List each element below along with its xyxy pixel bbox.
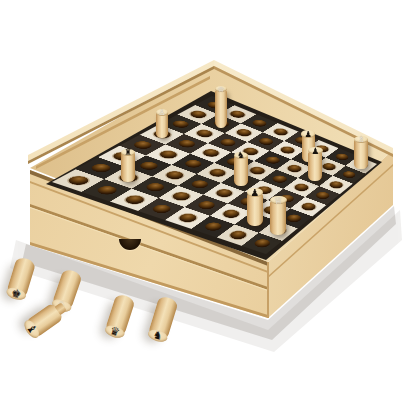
peg-black-pawn-g2[interactable]: ♟	[247, 193, 263, 227]
white-bishop-glyph: ♗	[357, 134, 365, 144]
peg-hole	[177, 212, 199, 223]
black-knight-symbol: ♞	[147, 328, 169, 344]
black-king-glyph: ♚	[10, 287, 23, 300]
peg-hole	[188, 110, 208, 119]
peg-hole	[131, 140, 154, 150]
peg-hole	[170, 119, 191, 129]
peg-hole	[196, 200, 218, 211]
peg-hole	[314, 191, 331, 200]
white-queen-glyph: ♕	[274, 195, 283, 206]
peg-hole	[272, 127, 290, 136]
peg-hole	[334, 153, 350, 162]
peg-hole	[170, 191, 192, 202]
black-queen-glyph: ♛	[108, 325, 121, 339]
white-pawn-glyph: ♙	[158, 108, 165, 117]
peg-hole	[250, 119, 268, 128]
black-queen-symbol: ♛	[104, 323, 126, 340]
black-bishop-symbol: ♝	[21, 318, 41, 341]
peg-hole	[285, 213, 304, 223]
loose-peg-black-knight[interactable]: ♞	[147, 295, 179, 342]
peg-hole	[328, 180, 345, 189]
peg-hole	[176, 139, 197, 149]
peg-black-rook-b2[interactable]: ♜	[121, 152, 135, 181]
peg-hole	[189, 179, 210, 189]
peg-hole	[194, 129, 214, 139]
white-pawn-symbol: ♙	[156, 109, 169, 116]
black-pawn-glyph: ♟	[250, 187, 259, 198]
peg-hole	[183, 159, 204, 169]
black-knight-glyph: ♞	[151, 329, 164, 342]
black-pawn-glyph: ♟	[305, 129, 312, 139]
peg-hole	[228, 110, 247, 119]
black-knight-symbol: ♞	[234, 152, 249, 160]
drawer-pull-notch[interactable]	[119, 239, 141, 250]
peg-hole	[252, 238, 272, 249]
black-king-symbol: ♚	[5, 286, 27, 302]
peg-hole	[341, 170, 357, 179]
black-rook-symbol: ♜	[121, 149, 135, 157]
peg-hole	[144, 182, 167, 193]
peg-hole	[285, 164, 303, 173]
black-pawn-symbol: ♟	[247, 188, 263, 197]
peg-hole	[201, 148, 222, 158]
peg-hole	[214, 188, 235, 198]
peg-hole	[65, 175, 91, 186]
peg-hole	[164, 170, 186, 180]
peg-hole	[157, 149, 179, 159]
white-king-symbol: ♔	[215, 86, 227, 92]
white-bishop-symbol: ♗	[354, 136, 368, 144]
peg-hole	[248, 166, 267, 176]
travel-chess-set: ♔♙♜♞♟♗♟♟♕♚♘♝♛♞	[0, 0, 416, 416]
black-bishop-glyph: ♝	[24, 322, 39, 336]
peg-hole	[207, 168, 228, 178]
peg-white-pawn-a5[interactable]: ♙	[156, 112, 168, 138]
peg-hole	[270, 174, 289, 184]
peg-hole	[234, 128, 253, 137]
peg-hole	[218, 138, 238, 148]
peg-black-pawn-g6[interactable]: ♟	[308, 151, 322, 181]
black-pawn-symbol: ♟	[308, 147, 323, 155]
peg-hole	[292, 183, 310, 193]
peg-white-bishop-h8[interactable]: ♗	[354, 139, 368, 168]
peg-hole	[279, 146, 297, 155]
peg-white-queen-h2[interactable]: ♕	[270, 200, 286, 235]
peg-black-knight-e4[interactable]: ♞	[234, 155, 248, 185]
peg-hole	[94, 185, 119, 196]
black-rook-glyph: ♜	[124, 147, 132, 157]
peg-hole	[321, 162, 338, 171]
peg-hole	[228, 230, 249, 241]
black-pawn-glyph: ♟	[311, 146, 319, 156]
peg-hole	[300, 202, 318, 212]
white-king-glyph: ♔	[218, 85, 225, 94]
peg-hole	[89, 163, 114, 174]
black-knight-glyph: ♞	[237, 150, 245, 160]
peg-hole	[221, 209, 242, 219]
peg-hole	[257, 137, 275, 146]
black-pawn-symbol: ♟	[301, 130, 315, 137]
peg-hole	[123, 194, 147, 205]
peg-hole	[202, 221, 224, 232]
peg-hole	[264, 155, 283, 164]
loose-peg-black-king[interactable]: ♚	[6, 256, 37, 300]
loose-peg-black-bishop[interactable]: ♝	[23, 302, 65, 340]
loose-peg-black-queen[interactable]: ♛	[104, 293, 136, 338]
white-queen-symbol: ♕	[270, 196, 287, 205]
peg-hole	[137, 161, 160, 172]
peg-hole	[150, 203, 173, 214]
peg-white-king-b7[interactable]: ♔	[215, 89, 227, 128]
